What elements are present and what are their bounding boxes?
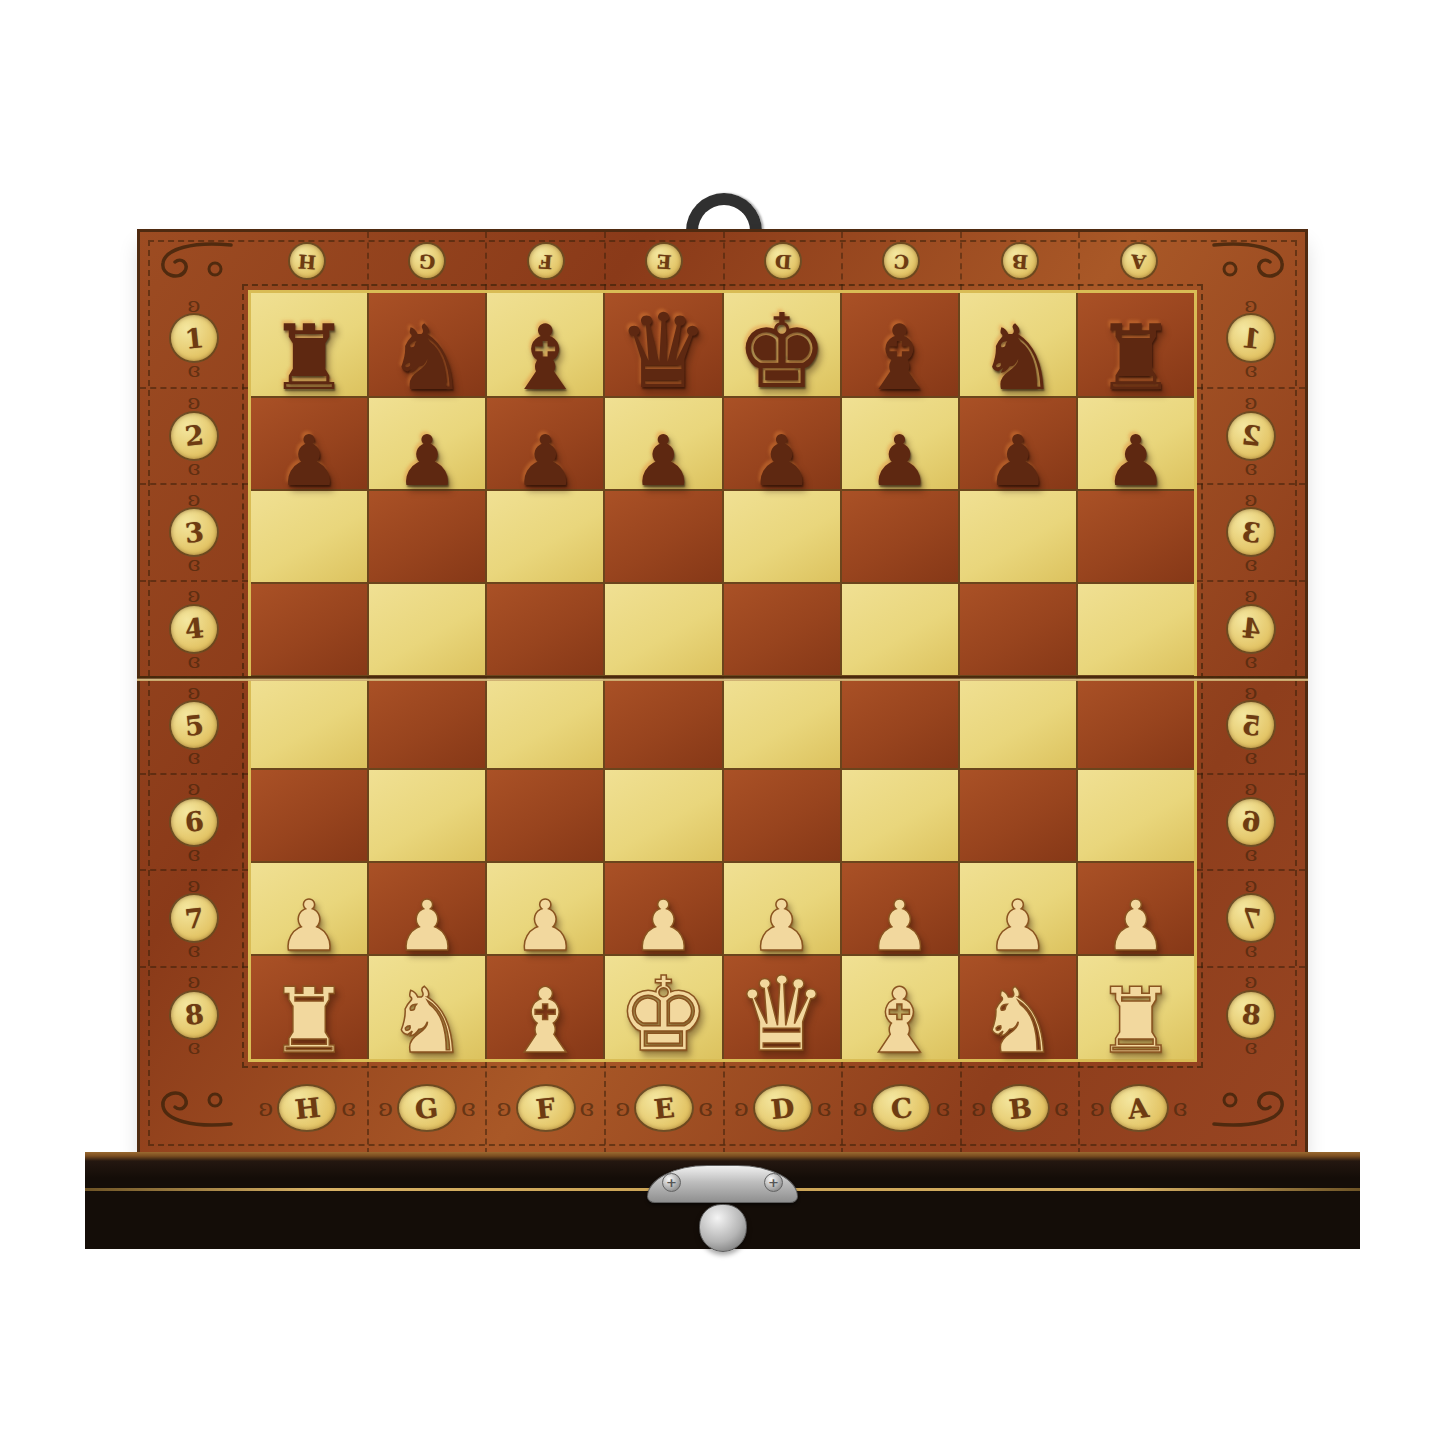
rank-label-right-8: 8 <box>1240 1000 1262 1029</box>
rank-cell-left-5: ʚ5ɞ <box>140 676 248 773</box>
file-label-top-H: H <box>298 251 317 271</box>
file-label-bottom-B: B <box>1007 1093 1033 1122</box>
rank-medallion-left-4: 4 <box>169 604 219 654</box>
scroll-ornament-icon: ʚ <box>378 1099 393 1117</box>
piece-light-rook-h8[interactable]: ♜ <box>269 976 350 1066</box>
square-a8[interactable]: ♜ <box>1078 956 1194 1059</box>
square-h2[interactable]: ♟ <box>251 398 367 489</box>
scroll-ornament-icon: ɞ <box>580 1099 595 1117</box>
scroll-ornament-icon: ɞ <box>188 557 201 573</box>
square-f2[interactable]: ♟ <box>487 398 603 489</box>
rank-cell-right-1: ʚ1ɞ <box>1197 290 1305 387</box>
piece-light-knight-b8[interactable]: ♞ <box>977 976 1058 1066</box>
square-g8[interactable]: ♞ <box>369 956 485 1059</box>
scroll-ornament-icon: ɞ <box>1245 363 1258 379</box>
square-e6[interactable] <box>605 770 721 861</box>
scroll-ornament-icon: ʚ <box>188 395 201 411</box>
square-b8[interactable]: ♞ <box>960 956 1076 1059</box>
rank-medallion-left-8: 8 <box>169 990 219 1040</box>
square-f4[interactable] <box>487 584 603 675</box>
rank-cell-right-5: ʚ5ɞ <box>1197 676 1305 773</box>
scroll-ornament-icon: ɞ <box>1245 557 1258 573</box>
scroll-ornament-icon: ʚ <box>188 298 201 314</box>
piece-dark-pawn-a2[interactable]: ♟ <box>1105 426 1168 496</box>
rank-label-right-4: 4 <box>1240 614 1262 643</box>
rank-medallion-right-2: 2 <box>1226 411 1276 461</box>
scroll-ornament-icon: ʚ <box>1245 492 1258 508</box>
file-cell-top-B: B <box>960 232 1079 290</box>
square-f6[interactable] <box>487 770 603 861</box>
file-label-top-D: D <box>774 251 792 271</box>
screw-icon: + <box>662 1173 681 1192</box>
file-label-top-G: G <box>418 251 436 271</box>
file-cell-top-H: H <box>248 232 367 290</box>
scroll-ornament-icon: ɞ <box>1245 847 1258 863</box>
rank-label-right-6: 6 <box>1240 807 1262 836</box>
scroll-ornament-icon: ʚ <box>188 685 201 701</box>
product-photo-scene: { "game": "chess", "scene": { "type": "p… <box>0 0 1445 1445</box>
rank-cell-left-2: ʚ2ɞ <box>140 387 248 484</box>
file-label-bottom-A: A <box>1127 1093 1151 1122</box>
scroll-ornament-icon: ʚ <box>1245 974 1258 990</box>
scroll-ornament-icon: ʚ <box>971 1099 986 1117</box>
file-cell-top-E: E <box>604 232 723 290</box>
piece-dark-pawn-g2[interactable]: ♟ <box>396 426 459 496</box>
piece-light-pawn-a7[interactable]: ♟ <box>1105 891 1168 961</box>
file-cell-top-C: C <box>841 232 960 290</box>
square-h4[interactable] <box>251 584 367 675</box>
file-cell-top-D: D <box>723 232 842 290</box>
square-g1[interactable]: ♞ <box>369 293 485 396</box>
rank-label-left-5: 5 <box>183 711 205 740</box>
rank-cell-left-6: ʚ6ɞ <box>140 773 248 870</box>
square-b7[interactable]: ♟ <box>960 863 1076 954</box>
piece-light-pawn-b7[interactable]: ♟ <box>986 891 1049 961</box>
file-medallion-bottom-H: H <box>277 1084 337 1132</box>
rank-label-right-2: 2 <box>1240 421 1262 450</box>
square-a2[interactable]: ♟ <box>1078 398 1194 489</box>
piece-light-pawn-h7[interactable]: ♟ <box>278 891 341 961</box>
piece-dark-knight-b1[interactable]: ♞ <box>977 313 1058 403</box>
piece-dark-bishop-c1[interactable]: ♝ <box>859 313 940 403</box>
file-label-bottom-E: E <box>653 1093 676 1122</box>
file-cell-bottom-F: ʚFɞ <box>485 1062 604 1154</box>
rank-medallion-left-1: 1 <box>169 313 219 363</box>
rank-medallion-left-7: 7 <box>169 893 219 943</box>
square-h7[interactable]: ♟ <box>251 863 367 954</box>
file-medallion-bottom-G: G <box>397 1084 457 1132</box>
square-a1[interactable]: ♜ <box>1078 293 1194 396</box>
file-cell-bottom-E: ʚEɞ <box>604 1062 723 1154</box>
square-f1[interactable]: ♝ <box>487 293 603 396</box>
scroll-ornament-icon: ɞ <box>188 363 201 379</box>
scroll-ornament-icon: ʚ <box>1245 685 1258 701</box>
piece-light-pawn-c7[interactable]: ♟ <box>868 891 931 961</box>
chess-board: HGFEDCBA ʚ1ɞʚ2ɞʚ3ɞʚ4ɞʚ5ɞʚ6ɞʚ7ɞʚ8ɞ ♜♞♝♛♚♝… <box>140 232 1305 1154</box>
rank-medallion-right-3: 3 <box>1226 507 1276 557</box>
rank-label-left-7: 7 <box>183 904 205 933</box>
scroll-ornament-icon: ɞ <box>1245 461 1258 477</box>
scroll-ornament-icon: ɞ <box>341 1099 356 1117</box>
piece-light-knight-g8[interactable]: ♞ <box>387 976 468 1066</box>
square-d7[interactable]: ♟ <box>724 863 840 954</box>
scroll-ornament-icon: ʚ <box>259 1099 274 1117</box>
file-medallion-top-G: G <box>408 242 446 280</box>
file-medallion-bottom-C: C <box>871 1084 931 1132</box>
rank-cell-left-8: ʚ8ɞ <box>140 966 248 1063</box>
clasp-knob <box>699 1204 747 1252</box>
file-label-top-B: B <box>1011 251 1028 271</box>
square-d2[interactable]: ♟ <box>724 398 840 489</box>
piece-dark-knight-g1[interactable]: ♞ <box>387 313 468 403</box>
square-c6[interactable] <box>842 770 958 861</box>
square-h5[interactable] <box>251 677 367 768</box>
square-h6[interactable] <box>251 770 367 861</box>
rank-medallion-right-4: 4 <box>1226 604 1276 654</box>
file-label-top-A: A <box>1131 251 1147 271</box>
piece-dark-rook-a1[interactable]: ♜ <box>1096 313 1177 403</box>
file-cell-bottom-G: ʚGɞ <box>367 1062 486 1154</box>
scroll-ornament-icon: ɞ <box>188 461 201 477</box>
file-medallion-top-E: E <box>645 242 683 280</box>
square-d3[interactable] <box>724 491 840 582</box>
rank-label-left-8: 8 <box>183 1000 205 1029</box>
scroll-ornament-icon: ʚ <box>188 781 201 797</box>
scroll-ornament-icon: ɞ <box>1173 1099 1188 1117</box>
square-b1[interactable]: ♞ <box>960 293 1076 396</box>
scroll-ornament-icon: ʚ <box>497 1099 512 1117</box>
scroll-ornament-icon: ɞ <box>817 1099 832 1117</box>
front-edge-band: + + <box>85 1152 1360 1249</box>
scroll-ornament-icon: ʚ <box>1245 878 1258 894</box>
square-c1[interactable]: ♝ <box>842 293 958 396</box>
piece-light-bishop-f8[interactable]: ♝ <box>505 976 586 1066</box>
piece-dark-rook-h1[interactable]: ♜ <box>269 313 350 403</box>
square-c7[interactable]: ♟ <box>842 863 958 954</box>
square-g5[interactable] <box>369 677 485 768</box>
rank-cell-right-8: ʚ8ɞ <box>1197 966 1305 1063</box>
scroll-ornament-icon: ʚ <box>1245 298 1258 314</box>
square-a3[interactable] <box>1078 491 1194 582</box>
scroll-ornament-icon: ɞ <box>188 654 201 670</box>
rank-cell-left-1: ʚ1ɞ <box>140 290 248 387</box>
rank-label-right-1: 1 <box>1240 324 1262 353</box>
rank-medallion-left-2: 2 <box>169 411 219 461</box>
rank-cell-left-4: ʚ4ɞ <box>140 580 248 677</box>
square-f7[interactable]: ♟ <box>487 863 603 954</box>
file-labels-bottom: ʚHɞʚGɞʚFɞʚEɞʚDɞʚCɞʚBɞʚAɞ <box>248 1062 1197 1154</box>
piece-light-pawn-e7[interactable]: ♟ <box>632 891 695 961</box>
square-g4[interactable] <box>369 584 485 675</box>
piece-light-queen-d8[interactable]: ♛ <box>735 963 827 1066</box>
square-b6[interactable] <box>960 770 1076 861</box>
file-label-bottom-C: C <box>889 1093 913 1122</box>
scroll-ornament-icon: ɞ <box>1245 943 1258 959</box>
piece-dark-queen-e1[interactable]: ♛ <box>617 300 709 403</box>
corner-ornament-icon <box>140 1062 248 1154</box>
scroll-ornament-icon: ɞ <box>188 750 201 766</box>
scroll-ornament-icon: ʚ <box>1245 781 1258 797</box>
piece-dark-pawn-b2[interactable]: ♟ <box>986 426 1049 496</box>
scroll-ornament-icon: ɞ <box>461 1099 476 1117</box>
square-e4[interactable] <box>605 584 721 675</box>
file-medallion-bottom-A: A <box>1109 1084 1169 1132</box>
rank-label-right-3: 3 <box>1240 518 1262 547</box>
scroll-ornament-icon: ʚ <box>188 492 201 508</box>
scroll-ornament-icon: ɞ <box>935 1099 950 1117</box>
square-b3[interactable] <box>960 491 1076 582</box>
square-d4[interactable] <box>724 584 840 675</box>
piece-light-pawn-d7[interactable]: ♟ <box>750 891 813 961</box>
piece-dark-pawn-f2[interactable]: ♟ <box>514 426 577 496</box>
scroll-ornament-icon: ʚ <box>734 1099 749 1117</box>
scroll-ornament-icon: ɞ <box>1245 654 1258 670</box>
file-medallion-top-D: D <box>764 242 802 280</box>
scroll-ornament-icon: ɞ <box>1245 1040 1258 1056</box>
piece-light-king-e8[interactable]: ♚ <box>617 963 709 1066</box>
square-e2[interactable]: ♟ <box>605 398 721 489</box>
rank-label-right-5: 5 <box>1240 711 1262 740</box>
corner-ornament-icon <box>140 232 248 290</box>
square-e3[interactable] <box>605 491 721 582</box>
rank-medallion-left-5: 5 <box>169 700 219 750</box>
square-e8[interactable]: ♚ <box>605 956 721 1059</box>
rank-label-left-1: 1 <box>183 324 205 353</box>
scroll-ornament-icon: ɞ <box>188 1040 201 1056</box>
square-c3[interactable] <box>842 491 958 582</box>
file-cell-bottom-C: ʚCɞ <box>841 1062 960 1154</box>
file-labels-top: HGFEDCBA <box>248 232 1197 290</box>
file-label-bottom-F: F <box>535 1094 557 1123</box>
file-medallion-top-A: A <box>1120 242 1158 280</box>
file-label-bottom-H: H <box>293 1093 321 1123</box>
square-e1[interactable]: ♛ <box>605 293 721 396</box>
square-a5[interactable] <box>1078 677 1194 768</box>
file-cell-bottom-B: ʚBɞ <box>960 1062 1079 1154</box>
scroll-ornament-icon: ɞ <box>188 847 201 863</box>
scroll-ornament-icon: ɞ <box>698 1099 713 1117</box>
rank-cell-right-2: ʚ2ɞ <box>1197 387 1305 484</box>
square-d8[interactable]: ♛ <box>724 956 840 1059</box>
clasp: + + <box>647 1152 798 1249</box>
corner-ornament-icon <box>1197 1062 1305 1154</box>
square-a4[interactable] <box>1078 584 1194 675</box>
piece-dark-king-d1[interactable]: ♚ <box>735 300 827 403</box>
rank-medallion-right-6: 6 <box>1226 797 1276 847</box>
rank-medallion-right-8: 8 <box>1226 990 1276 1040</box>
piece-dark-pawn-c2[interactable]: ♟ <box>868 426 931 496</box>
square-c2[interactable]: ♟ <box>842 398 958 489</box>
square-c5[interactable] <box>842 677 958 768</box>
file-label-top-F: F <box>538 251 553 271</box>
square-g3[interactable] <box>369 491 485 582</box>
square-b4[interactable] <box>960 584 1076 675</box>
scroll-ornament-icon: ʚ <box>188 974 201 990</box>
square-e7[interactable]: ♟ <box>605 863 721 954</box>
rank-medallion-right-1: 1 <box>1226 313 1276 363</box>
file-cell-bottom-D: ʚDɞ <box>723 1062 842 1154</box>
piece-light-bishop-c8[interactable]: ♝ <box>859 976 940 1066</box>
scroll-ornament-icon: ʚ <box>1090 1099 1105 1117</box>
file-cell-bottom-A: ʚAɞ <box>1078 1062 1197 1154</box>
piece-dark-bishop-f1[interactable]: ♝ <box>505 313 586 403</box>
rank-label-left-3: 3 <box>183 518 205 547</box>
scroll-ornament-icon: ʚ <box>1245 588 1258 604</box>
corner-ornament-icon <box>1197 232 1305 290</box>
square-a6[interactable] <box>1078 770 1194 861</box>
square-d1[interactable]: ♚ <box>724 293 840 396</box>
scroll-ornament-icon: ʚ <box>615 1099 630 1117</box>
file-cell-top-F: F <box>485 232 604 290</box>
scroll-ornament-icon: ɞ <box>1245 750 1258 766</box>
file-cell-bottom-H: ʚHɞ <box>248 1062 367 1154</box>
square-h8[interactable]: ♜ <box>251 956 367 1059</box>
square-c8[interactable]: ♝ <box>842 956 958 1059</box>
square-g7[interactable]: ♟ <box>369 863 485 954</box>
file-medallion-top-B: B <box>1001 242 1039 280</box>
scroll-ornament-icon: ɞ <box>188 943 201 959</box>
scroll-ornament-icon: ɞ <box>1054 1099 1069 1117</box>
square-c4[interactable] <box>842 584 958 675</box>
file-medallion-top-F: F <box>527 242 565 280</box>
square-b5[interactable] <box>960 677 1076 768</box>
file-medallion-bottom-E: E <box>634 1084 694 1132</box>
scroll-ornament-icon: ʚ <box>1245 395 1258 411</box>
rank-cell-left-3: ʚ3ɞ <box>140 483 248 580</box>
square-d6[interactable] <box>724 770 840 861</box>
square-f8[interactable]: ♝ <box>487 956 603 1059</box>
square-g6[interactable] <box>369 770 485 861</box>
square-b2[interactable]: ♟ <box>960 398 1076 489</box>
square-g2[interactable]: ♟ <box>369 398 485 489</box>
file-cell-top-G: G <box>367 232 486 290</box>
rank-label-left-4: 4 <box>183 614 205 643</box>
scroll-ornament-icon: ʚ <box>188 588 201 604</box>
file-label-bottom-G: G <box>414 1093 440 1122</box>
file-label-top-C: C <box>893 251 909 271</box>
file-label-bottom-D: D <box>770 1093 796 1122</box>
piece-light-pawn-f7[interactable]: ♟ <box>514 891 577 961</box>
rank-medallion-right-5: 5 <box>1226 700 1276 750</box>
square-e5[interactable] <box>605 677 721 768</box>
rank-label-right-7: 7 <box>1240 904 1262 933</box>
rank-cell-left-7: ʚ7ɞ <box>140 869 248 966</box>
rank-cell-right-6: ʚ6ɞ <box>1197 773 1305 870</box>
square-d5[interactable] <box>724 677 840 768</box>
scroll-ornament-icon: ʚ <box>188 878 201 894</box>
rank-medallion-right-7: 7 <box>1226 893 1276 943</box>
piece-light-rook-a8[interactable]: ♜ <box>1096 976 1177 1066</box>
piece-dark-pawn-e2[interactable]: ♟ <box>632 426 695 496</box>
scroll-ornament-icon: ʚ <box>853 1099 868 1117</box>
rank-label-left-6: 6 <box>183 807 205 836</box>
rank-cell-right-7: ʚ7ɞ <box>1197 869 1305 966</box>
file-medallion-bottom-F: F <box>516 1084 576 1132</box>
fold-seam <box>137 676 1308 681</box>
square-f3[interactable] <box>487 491 603 582</box>
file-medallion-top-C: C <box>882 242 920 280</box>
file-label-top-E: E <box>656 251 672 271</box>
rank-medallion-left-3: 3 <box>169 507 219 557</box>
file-medallion-bottom-D: D <box>753 1084 813 1132</box>
piece-dark-pawn-d2[interactable]: ♟ <box>750 426 813 496</box>
file-medallion-bottom-B: B <box>990 1084 1050 1132</box>
screw-icon: + <box>764 1173 783 1192</box>
rank-label-left-2: 2 <box>183 421 205 450</box>
square-f5[interactable] <box>487 677 603 768</box>
file-medallion-top-H: H <box>288 242 326 280</box>
rank-medallion-left-6: 6 <box>169 797 219 847</box>
rank-cell-right-3: ʚ3ɞ <box>1197 483 1305 580</box>
rank-cell-right-4: ʚ4ɞ <box>1197 580 1305 677</box>
square-h1[interactable]: ♜ <box>251 293 367 396</box>
piece-light-pawn-g7[interactable]: ♟ <box>396 891 459 961</box>
file-cell-top-A: A <box>1078 232 1197 290</box>
square-a7[interactable]: ♟ <box>1078 863 1194 954</box>
piece-dark-pawn-h2[interactable]: ♟ <box>278 426 341 496</box>
square-h3[interactable] <box>251 491 367 582</box>
